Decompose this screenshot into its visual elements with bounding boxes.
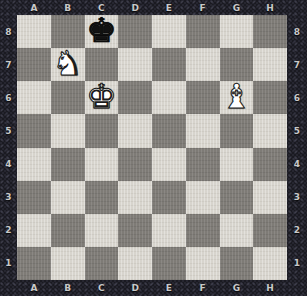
file-label-e-bottom: E	[152, 280, 186, 296]
square-h8[interactable]	[253, 15, 287, 48]
square-h4[interactable]	[253, 148, 287, 181]
square-d5[interactable]	[118, 114, 152, 147]
square-h3[interactable]	[253, 181, 287, 214]
file-label-c-top: C	[85, 0, 119, 15]
rank-label-2-left: 2	[0, 214, 17, 247]
square-g2[interactable]	[220, 214, 254, 247]
square-g5[interactable]	[220, 114, 254, 147]
file-label-d-top: D	[118, 0, 152, 15]
square-b3[interactable]	[51, 181, 85, 214]
square-b8[interactable]	[51, 15, 85, 48]
square-b4[interactable]	[51, 148, 85, 181]
square-a8[interactable]	[17, 15, 51, 48]
file-label-h-top: H	[253, 0, 287, 15]
square-a1[interactable]	[17, 247, 51, 280]
file-label-e-top: E	[152, 0, 186, 15]
file-label-g-bottom: G	[220, 280, 254, 296]
square-a4[interactable]	[17, 148, 51, 181]
square-b5[interactable]	[51, 114, 85, 147]
square-c8[interactable]: ♚	[85, 15, 119, 48]
file-label-g-top: G	[220, 0, 254, 15]
square-g3[interactable]	[220, 181, 254, 214]
file-label-f-top: F	[186, 0, 220, 15]
square-c7[interactable]	[85, 48, 119, 81]
square-e7[interactable]	[152, 48, 186, 81]
square-a3[interactable]	[17, 181, 51, 214]
file-label-f-bottom: F	[186, 280, 220, 296]
square-b2[interactable]	[51, 214, 85, 247]
square-f4[interactable]	[186, 148, 220, 181]
square-h6[interactable]	[253, 81, 287, 114]
square-c3[interactable]	[85, 181, 119, 214]
square-c6[interactable]: ♚	[85, 81, 119, 114]
white-king-piece[interactable]: ♚	[86, 81, 116, 113]
file-labels-top: ABCDEFGH	[17, 0, 287, 15]
file-label-c-bottom: C	[85, 280, 119, 296]
rank-label-1-right: 1	[287, 247, 307, 280]
square-c4[interactable]	[85, 148, 119, 181]
rank-label-6-left: 6	[0, 81, 17, 114]
square-c5[interactable]	[85, 114, 119, 147]
rank-label-8-left: 8	[0, 15, 17, 48]
rank-label-8-right: 8	[287, 15, 307, 48]
white-knight-piece[interactable]: ♞	[52, 48, 82, 80]
square-a2[interactable]	[17, 214, 51, 247]
rank-label-5-right: 5	[287, 114, 307, 147]
square-e6[interactable]	[152, 81, 186, 114]
square-h2[interactable]	[253, 214, 287, 247]
square-b7[interactable]: ♞	[51, 48, 85, 81]
file-label-a-bottom: A	[17, 280, 51, 296]
square-d4[interactable]	[118, 148, 152, 181]
rank-label-6-right: 6	[287, 81, 307, 114]
square-e1[interactable]	[152, 247, 186, 280]
file-label-b-bottom: B	[51, 280, 85, 296]
square-e3[interactable]	[152, 181, 186, 214]
square-g7[interactable]	[220, 48, 254, 81]
square-f5[interactable]	[186, 114, 220, 147]
square-d7[interactable]	[118, 48, 152, 81]
square-e4[interactable]	[152, 148, 186, 181]
square-f2[interactable]	[186, 214, 220, 247]
square-g4[interactable]	[220, 148, 254, 181]
white-bishop-piece[interactable]: ♝	[221, 81, 251, 113]
square-b1[interactable]	[51, 247, 85, 280]
square-g1[interactable]	[220, 247, 254, 280]
square-c1[interactable]	[85, 247, 119, 280]
chess-board: ♚♞♚♝	[17, 15, 287, 280]
square-b6[interactable]	[51, 81, 85, 114]
square-a7[interactable]	[17, 48, 51, 81]
square-g8[interactable]	[220, 15, 254, 48]
square-h1[interactable]	[253, 247, 287, 280]
square-d1[interactable]	[118, 247, 152, 280]
file-label-b-top: B	[51, 0, 85, 15]
file-labels-bottom: ABCDEFGH	[17, 280, 287, 296]
square-d8[interactable]	[118, 15, 152, 48]
chess-board-frame: ABCDEFGH ABCDEFGH 87654321 87654321 ♚♞♚♝	[0, 0, 307, 296]
rank-label-4-right: 4	[287, 148, 307, 181]
rank-label-5-left: 5	[0, 114, 17, 147]
square-e5[interactable]	[152, 114, 186, 147]
rank-label-2-right: 2	[287, 214, 307, 247]
square-f6[interactable]	[186, 81, 220, 114]
rank-labels-left: 87654321	[0, 15, 17, 280]
square-g6[interactable]: ♝	[220, 81, 254, 114]
square-d3[interactable]	[118, 181, 152, 214]
rank-label-3-left: 3	[0, 181, 17, 214]
rank-labels-right: 87654321	[287, 15, 307, 280]
rank-label-7-left: 7	[0, 48, 17, 81]
square-d2[interactable]	[118, 214, 152, 247]
file-label-h-bottom: H	[253, 280, 287, 296]
black-king-piece[interactable]: ♚	[86, 15, 116, 47]
square-h7[interactable]	[253, 48, 287, 81]
square-a6[interactable]	[17, 81, 51, 114]
file-label-a-top: A	[17, 0, 51, 15]
rank-label-7-right: 7	[287, 48, 307, 81]
square-c2[interactable]	[85, 214, 119, 247]
square-e8[interactable]	[152, 15, 186, 48]
square-h5[interactable]	[253, 114, 287, 147]
square-d6[interactable]	[118, 81, 152, 114]
square-f3[interactable]	[186, 181, 220, 214]
square-e2[interactable]	[152, 214, 186, 247]
rank-label-1-left: 1	[0, 247, 17, 280]
square-a5[interactable]	[17, 114, 51, 147]
file-label-d-bottom: D	[118, 280, 152, 296]
square-f7[interactable]	[186, 48, 220, 81]
rank-label-4-left: 4	[0, 148, 17, 181]
rank-label-3-right: 3	[287, 181, 307, 214]
square-f1[interactable]	[186, 247, 220, 280]
square-f8[interactable]	[186, 15, 220, 48]
